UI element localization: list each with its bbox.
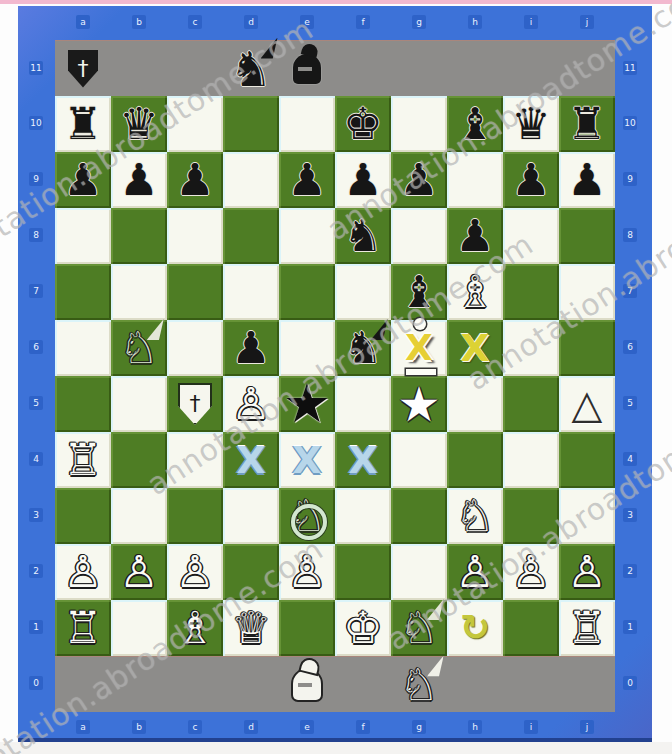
- square-a0[interactable]: [55, 657, 111, 712]
- square-c7[interactable]: [167, 264, 223, 320]
- square-g10[interactable]: [391, 96, 447, 152]
- black-champion-piece[interactable]: †: [55, 41, 111, 96]
- white-king[interactable]: ♔: [335, 600, 391, 656]
- black-bishop[interactable]: ♝: [391, 264, 447, 320]
- white-knight[interactable]: ♘: [447, 488, 503, 544]
- square-c4[interactable]: [167, 432, 223, 488]
- square-a5[interactable]: [55, 376, 111, 432]
- square-e6[interactable]: [279, 320, 335, 376]
- square-j3[interactable]: [559, 488, 615, 544]
- file-label-top-h: h: [468, 15, 482, 29]
- square-g4[interactable]: [391, 432, 447, 488]
- file-label-top-f: f: [356, 15, 370, 29]
- square-a9[interactable]: ♟: [55, 152, 111, 208]
- square-h6[interactable]: X: [447, 320, 503, 376]
- bottom-margin: [0, 742, 672, 754]
- white-pawn[interactable]: ♙: [55, 544, 111, 600]
- rank-label-left-6: 6: [29, 340, 43, 354]
- rank-label-left-2: 2: [29, 564, 43, 578]
- black-pawn[interactable]: ♟: [391, 152, 447, 208]
- square-f6[interactable]: ♞: [335, 320, 391, 376]
- black-pawn[interactable]: ♟: [167, 152, 223, 208]
- square-f1[interactable]: ♔: [335, 600, 391, 656]
- square-i1[interactable]: [503, 600, 559, 656]
- square-h0[interactable]: [447, 657, 503, 712]
- square-g2[interactable]: [391, 544, 447, 600]
- square-i4[interactable]: [503, 432, 559, 488]
- square-d10[interactable]: [223, 96, 279, 152]
- square-d1[interactable]: ♕: [223, 600, 279, 656]
- board-row-6: ♘♟♞XX: [55, 320, 615, 376]
- rank-label-right-9: 9: [623, 172, 637, 186]
- square-f9[interactable]: ♟: [335, 152, 391, 208]
- file-label-bottom-c: c: [188, 720, 202, 734]
- black-pawn[interactable]: ♟: [55, 152, 111, 208]
- board-row-8: ♞♟: [55, 208, 615, 264]
- square-e9[interactable]: ♟: [279, 152, 335, 208]
- file-label-bottom-h: h: [468, 720, 482, 734]
- file-label-bottom-e: e: [300, 720, 314, 734]
- blue-x-marker: X: [223, 432, 279, 488]
- square-b11[interactable]: [111, 41, 167, 96]
- square-e3[interactable]: ♘: [279, 488, 335, 544]
- square-f11[interactable]: [335, 41, 391, 96]
- square-f0[interactable]: [335, 657, 391, 712]
- white-queen[interactable]: ♕: [223, 600, 279, 656]
- white-ring-knight-piece[interactable]: ♘: [279, 488, 335, 544]
- square-b6[interactable]: ♘: [111, 320, 167, 376]
- board-row-1: ♖♗♕♔♘↻♖: [55, 600, 615, 656]
- square-d4[interactable]: X: [223, 432, 279, 488]
- board-row-9: ♟♟♟♟♟♟♟♟: [55, 152, 615, 208]
- square-h5[interactable]: [447, 376, 503, 432]
- square-a1[interactable]: ♖: [55, 600, 111, 656]
- file-label-top-j: j: [580, 15, 594, 29]
- square-g3[interactable]: [391, 488, 447, 544]
- rank-label-right-5: 5: [623, 396, 637, 410]
- square-a3[interactable]: [55, 488, 111, 544]
- square-f4[interactable]: X: [335, 432, 391, 488]
- black-winged-knight[interactable]: ♞: [335, 320, 391, 376]
- chess-board: †♞♜♛♚♝♛♜♟♟♟♟♟♟♟♟♞♟♝♗♘♟♞XX†♙★★△♖XXX♘♘♙♙♙♙…: [55, 40, 615, 710]
- square-j4[interactable]: [559, 432, 615, 488]
- white-pawn[interactable]: ♙: [447, 544, 503, 600]
- board-row-4: ♖XXX: [55, 432, 615, 488]
- square-e0[interactable]: [279, 657, 335, 712]
- white-rook[interactable]: ♖: [55, 600, 111, 656]
- file-label-top-d: d: [244, 15, 258, 29]
- square-e7[interactable]: [279, 264, 335, 320]
- square-c11[interactable]: [167, 41, 223, 96]
- white-champion-piece[interactable]: †: [167, 376, 223, 432]
- square-c10[interactable]: [167, 96, 223, 152]
- square-i0[interactable]: [503, 657, 559, 712]
- square-g8[interactable]: [391, 208, 447, 264]
- square-b2[interactable]: ♙: [111, 544, 167, 600]
- square-a2[interactable]: ♙: [55, 544, 111, 600]
- rank-label-right-7: 7: [623, 284, 637, 298]
- yellow-x-marker: X: [447, 320, 503, 376]
- square-i10[interactable]: ♛: [503, 96, 559, 152]
- square-h8[interactable]: ♟: [447, 208, 503, 264]
- square-g9[interactable]: ♟: [391, 152, 447, 208]
- black-pawn[interactable]: ♟: [279, 152, 335, 208]
- square-i2[interactable]: ♙: [503, 544, 559, 600]
- rank-label-right-10: 10: [623, 116, 637, 130]
- rank-label-right-8: 8: [623, 228, 637, 242]
- white-pawn[interactable]: ♙: [559, 544, 615, 600]
- square-a8[interactable]: [55, 208, 111, 264]
- square-i11[interactable]: [503, 41, 559, 96]
- square-g0[interactable]: ♘: [391, 657, 447, 712]
- square-a7[interactable]: [55, 264, 111, 320]
- board-row-3: ♘♘: [55, 488, 615, 544]
- black-pawn[interactable]: ♟: [559, 152, 615, 208]
- square-d8[interactable]: [223, 208, 279, 264]
- square-a4[interactable]: ♖: [55, 432, 111, 488]
- white-pawn[interactable]: ♙: [111, 544, 167, 600]
- white-helmet-piece[interactable]: [279, 657, 335, 712]
- square-d9[interactable]: [223, 152, 279, 208]
- black-knight[interactable]: ♞: [335, 208, 391, 264]
- square-e10[interactable]: [279, 96, 335, 152]
- square-i3[interactable]: [503, 488, 559, 544]
- white-bishop[interactable]: ♗: [167, 600, 223, 656]
- square-c3[interactable]: [167, 488, 223, 544]
- square-f10[interactable]: ♚: [335, 96, 391, 152]
- file-label-top-i: i: [524, 15, 538, 29]
- rank-label-right-0: 0: [623, 676, 637, 690]
- rank-label-left-10: 10: [29, 116, 43, 130]
- square-e1[interactable]: [279, 600, 335, 656]
- white-pawn[interactable]: ♙: [503, 544, 559, 600]
- square-b7[interactable]: [111, 264, 167, 320]
- black-star-piece[interactable]: ★: [279, 376, 335, 432]
- square-d2[interactable]: [223, 544, 279, 600]
- square-c6[interactable]: [167, 320, 223, 376]
- square-e2[interactable]: ♙: [279, 544, 335, 600]
- white-x-piece[interactable]: X: [391, 320, 447, 376]
- square-h3[interactable]: ♘: [447, 488, 503, 544]
- black-rook[interactable]: ♜: [559, 96, 615, 152]
- white-pawn[interactable]: ♙: [223, 376, 279, 432]
- pink-top-line: [0, 0, 672, 4]
- square-j10[interactable]: ♜: [559, 96, 615, 152]
- square-a6[interactable]: [55, 320, 111, 376]
- square-d11[interactable]: ♞: [223, 41, 279, 96]
- board-row-10: ♜♛♚♝♛♜: [55, 96, 615, 152]
- white-pawn[interactable]: ♙: [167, 544, 223, 600]
- square-e11[interactable]: [279, 41, 335, 96]
- square-j7[interactable]: [559, 264, 615, 320]
- square-h2[interactable]: ♙: [447, 544, 503, 600]
- file-label-bottom-d: d: [244, 720, 258, 734]
- rank-label-left-0: 0: [29, 676, 43, 690]
- rank-label-left-11: 11: [29, 61, 43, 75]
- square-b4[interactable]: [111, 432, 167, 488]
- curved-arrow-marker: ↻: [447, 600, 503, 656]
- square-d0[interactable]: [223, 657, 279, 712]
- rank-label-right-1: 1: [623, 620, 637, 634]
- white-griffin-piece[interactable]: ♘: [391, 657, 447, 712]
- square-c2[interactable]: ♙: [167, 544, 223, 600]
- square-b10[interactable]: ♛: [111, 96, 167, 152]
- square-b0[interactable]: [111, 657, 167, 712]
- square-h11[interactable]: [447, 41, 503, 96]
- black-pawn[interactable]: ♟: [111, 152, 167, 208]
- square-e5[interactable]: ★: [279, 376, 335, 432]
- square-i6[interactable]: [503, 320, 559, 376]
- reserve-row-0: ♘: [55, 656, 615, 712]
- square-d5[interactable]: ♙: [223, 376, 279, 432]
- square-j8[interactable]: [559, 208, 615, 264]
- blue-x-marker: X: [279, 432, 335, 488]
- square-i7[interactable]: [503, 264, 559, 320]
- file-label-bottom-g: g: [412, 720, 426, 734]
- black-pawn[interactable]: ♟: [223, 320, 279, 376]
- black-pawn[interactable]: ♟: [447, 208, 503, 264]
- square-b8[interactable]: [111, 208, 167, 264]
- white-rook[interactable]: ♖: [559, 600, 615, 656]
- square-f5[interactable]: [335, 376, 391, 432]
- black-bishop[interactable]: ♝: [447, 96, 503, 152]
- file-label-top-b: b: [132, 15, 146, 29]
- black-rook[interactable]: ♜: [55, 96, 111, 152]
- black-pawn[interactable]: ♟: [335, 152, 391, 208]
- file-label-top-c: c: [188, 15, 202, 29]
- rank-label-left-7: 7: [29, 284, 43, 298]
- rank-label-right-11: 11: [623, 61, 637, 75]
- square-h1[interactable]: ↻: [447, 600, 503, 656]
- square-f8[interactable]: ♞: [335, 208, 391, 264]
- file-label-top-g: g: [412, 15, 426, 29]
- square-i8[interactable]: [503, 208, 559, 264]
- rank-label-right-2: 2: [623, 564, 637, 578]
- square-j2[interactable]: ♙: [559, 544, 615, 600]
- square-b9[interactable]: ♟: [111, 152, 167, 208]
- square-c1[interactable]: ♗: [167, 600, 223, 656]
- rank-label-right-3: 3: [623, 508, 637, 522]
- square-j11[interactable]: [559, 41, 615, 96]
- file-label-bottom-i: i: [524, 720, 538, 734]
- rank-label-left-1: 1: [29, 620, 43, 634]
- square-c9[interactable]: ♟: [167, 152, 223, 208]
- white-winged-knight[interactable]: ♘: [111, 320, 167, 376]
- square-h10[interactable]: ♝: [447, 96, 503, 152]
- square-j1[interactable]: ♖: [559, 600, 615, 656]
- white-bishop[interactable]: ♗: [447, 264, 503, 320]
- square-h9[interactable]: [447, 152, 503, 208]
- square-h4[interactable]: [447, 432, 503, 488]
- black-helmet-piece[interactable]: [279, 41, 335, 96]
- square-d6[interactable]: ♟: [223, 320, 279, 376]
- board-row-7: ♝♗: [55, 264, 615, 320]
- square-g7[interactable]: ♝: [391, 264, 447, 320]
- rank-label-right-6: 6: [623, 340, 637, 354]
- rank-label-right-4: 4: [623, 452, 637, 466]
- square-h7[interactable]: ♗: [447, 264, 503, 320]
- rank-label-left-3: 3: [29, 508, 43, 522]
- rank-label-left-4: 4: [29, 452, 43, 466]
- rank-label-left-8: 8: [29, 228, 43, 242]
- reserve-row-11: †♞: [55, 40, 615, 96]
- square-e4[interactable]: X: [279, 432, 335, 488]
- black-pawn[interactable]: ♟: [503, 152, 559, 208]
- square-a11[interactable]: †: [55, 41, 111, 96]
- square-e8[interactable]: [279, 208, 335, 264]
- board-screenshot: †♞♜♛♚♝♛♜♟♟♟♟♟♟♟♟♞♟♝♗♘♟♞XX†♙★★△♖XXX♘♘♙♙♙♙…: [0, 0, 672, 754]
- rank-label-left-5: 5: [29, 396, 43, 410]
- square-g5[interactable]: ★: [391, 376, 447, 432]
- square-b5[interactable]: [111, 376, 167, 432]
- square-g6[interactable]: X: [391, 320, 447, 376]
- file-label-top-a: a: [76, 15, 90, 29]
- black-radiant-queen[interactable]: ♛: [503, 96, 559, 152]
- square-j6[interactable]: [559, 320, 615, 376]
- square-g11[interactable]: [391, 41, 447, 96]
- square-f7[interactable]: [335, 264, 391, 320]
- square-f2[interactable]: [335, 544, 391, 600]
- file-label-bottom-a: a: [76, 720, 90, 734]
- board-row-5: †♙★★△: [55, 376, 615, 432]
- white-pegasus-piece[interactable]: ♘: [391, 600, 447, 656]
- square-g1[interactable]: ♘: [391, 600, 447, 656]
- square-c0[interactable]: [167, 657, 223, 712]
- square-i5[interactable]: [503, 376, 559, 432]
- square-c5[interactable]: †: [167, 376, 223, 432]
- file-label-bottom-b: b: [132, 720, 146, 734]
- square-j9[interactable]: ♟: [559, 152, 615, 208]
- square-f3[interactable]: [335, 488, 391, 544]
- file-label-bottom-f: f: [356, 720, 370, 734]
- rank-label-left-9: 9: [29, 172, 43, 186]
- square-j0[interactable]: [559, 657, 615, 712]
- triangle-marker: △: [559, 376, 615, 432]
- file-label-bottom-j: j: [580, 720, 594, 734]
- square-c8[interactable]: [167, 208, 223, 264]
- square-i9[interactable]: ♟: [503, 152, 559, 208]
- square-b1[interactable]: [111, 600, 167, 656]
- file-label-top-e: e: [300, 15, 314, 29]
- black-queen[interactable]: ♛: [111, 96, 167, 152]
- square-d3[interactable]: [223, 488, 279, 544]
- board-row-2: ♙♙♙♙♙♙♙: [55, 544, 615, 600]
- blue-x-marker: X: [335, 432, 391, 488]
- square-j5[interactable]: △: [559, 376, 615, 432]
- black-king[interactable]: ♚: [335, 96, 391, 152]
- square-b3[interactable]: [111, 488, 167, 544]
- white-star-piece[interactable]: ★: [391, 376, 447, 432]
- white-rook[interactable]: ♖: [55, 432, 111, 488]
- white-pawn[interactable]: ♙: [279, 544, 335, 600]
- square-d7[interactable]: [223, 264, 279, 320]
- black-griffin-piece[interactable]: ♞: [223, 41, 279, 96]
- square-a10[interactable]: ♜: [55, 96, 111, 152]
